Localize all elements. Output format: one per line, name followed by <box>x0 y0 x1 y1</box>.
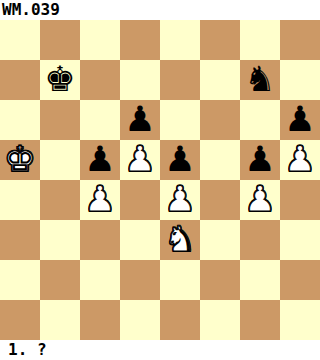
square-b3[interactable] <box>40 220 80 260</box>
square-b7[interactable]: ♚ <box>40 60 80 100</box>
square-a4[interactable] <box>0 180 40 220</box>
square-a8[interactable] <box>0 20 40 60</box>
square-e4[interactable]: ♟ <box>160 180 200 220</box>
square-f6[interactable] <box>200 100 240 140</box>
square-a3[interactable] <box>0 220 40 260</box>
square-e6[interactable] <box>160 100 200 140</box>
square-e3[interactable]: ♞ <box>160 220 200 260</box>
square-d7[interactable] <box>120 60 160 100</box>
square-h8[interactable] <box>280 20 320 60</box>
square-f2[interactable] <box>200 260 240 300</box>
square-e1[interactable] <box>160 300 200 340</box>
square-a7[interactable] <box>0 60 40 100</box>
square-a5[interactable]: ♚ <box>0 140 40 180</box>
move-prompt: 1. ? <box>0 340 320 360</box>
square-f8[interactable] <box>200 20 240 60</box>
square-f3[interactable] <box>200 220 240 260</box>
black-pawn[interactable]: ♟ <box>164 142 195 177</box>
square-b5[interactable] <box>40 140 80 180</box>
square-g4[interactable]: ♟ <box>240 180 280 220</box>
square-h1[interactable] <box>280 300 320 340</box>
square-g5[interactable]: ♟ <box>240 140 280 180</box>
square-c1[interactable] <box>80 300 120 340</box>
black-pawn[interactable]: ♟ <box>84 142 115 177</box>
square-a1[interactable] <box>0 300 40 340</box>
square-f1[interactable] <box>200 300 240 340</box>
square-b1[interactable] <box>40 300 80 340</box>
square-g6[interactable] <box>240 100 280 140</box>
square-c7[interactable] <box>80 60 120 100</box>
square-e5[interactable]: ♟ <box>160 140 200 180</box>
square-h6[interactable]: ♟ <box>280 100 320 140</box>
square-e2[interactable] <box>160 260 200 300</box>
chess-board: ♚♞♟♟♚♟♟♟♟♟♟♟♟♞ <box>0 20 320 340</box>
square-b6[interactable] <box>40 100 80 140</box>
square-c8[interactable] <box>80 20 120 60</box>
white-pawn[interactable]: ♟ <box>124 142 155 177</box>
chess-puzzle-app: WM.039 ♚♞♟♟♚♟♟♟♟♟♟♟♟♞ 1. ? <box>0 0 320 360</box>
square-b8[interactable] <box>40 20 80 60</box>
black-pawn[interactable]: ♟ <box>124 102 155 137</box>
square-c5[interactable]: ♟ <box>80 140 120 180</box>
square-g3[interactable] <box>240 220 280 260</box>
square-h5[interactable]: ♟ <box>280 140 320 180</box>
square-g2[interactable] <box>240 260 280 300</box>
square-d8[interactable] <box>120 20 160 60</box>
square-d2[interactable] <box>120 260 160 300</box>
square-d3[interactable] <box>120 220 160 260</box>
black-pawn[interactable]: ♟ <box>284 102 315 137</box>
white-pawn[interactable]: ♟ <box>284 142 315 177</box>
square-d5[interactable]: ♟ <box>120 140 160 180</box>
square-a2[interactable] <box>0 260 40 300</box>
square-d4[interactable] <box>120 180 160 220</box>
square-c4[interactable]: ♟ <box>80 180 120 220</box>
square-g7[interactable]: ♞ <box>240 60 280 100</box>
black-knight[interactable]: ♞ <box>244 62 275 97</box>
square-c3[interactable] <box>80 220 120 260</box>
white-king[interactable]: ♚ <box>4 142 35 177</box>
white-pawn[interactable]: ♟ <box>244 182 275 217</box>
square-h3[interactable] <box>280 220 320 260</box>
square-f7[interactable] <box>200 60 240 100</box>
black-pawn[interactable]: ♟ <box>244 142 275 177</box>
square-d6[interactable]: ♟ <box>120 100 160 140</box>
square-a6[interactable] <box>0 100 40 140</box>
square-g1[interactable] <box>240 300 280 340</box>
square-h7[interactable] <box>280 60 320 100</box>
square-e8[interactable] <box>160 20 200 60</box>
black-king[interactable]: ♚ <box>44 62 75 97</box>
white-pawn[interactable]: ♟ <box>84 182 115 217</box>
square-f4[interactable] <box>200 180 240 220</box>
square-e7[interactable] <box>160 60 200 100</box>
square-c6[interactable] <box>80 100 120 140</box>
square-d1[interactable] <box>120 300 160 340</box>
white-knight[interactable]: ♞ <box>164 222 195 257</box>
square-b2[interactable] <box>40 260 80 300</box>
square-b4[interactable] <box>40 180 80 220</box>
square-h4[interactable] <box>280 180 320 220</box>
white-pawn[interactable]: ♟ <box>164 182 195 217</box>
square-g8[interactable] <box>240 20 280 60</box>
square-h2[interactable] <box>280 260 320 300</box>
square-f5[interactable] <box>200 140 240 180</box>
puzzle-title: WM.039 <box>0 0 320 20</box>
square-c2[interactable] <box>80 260 120 300</box>
